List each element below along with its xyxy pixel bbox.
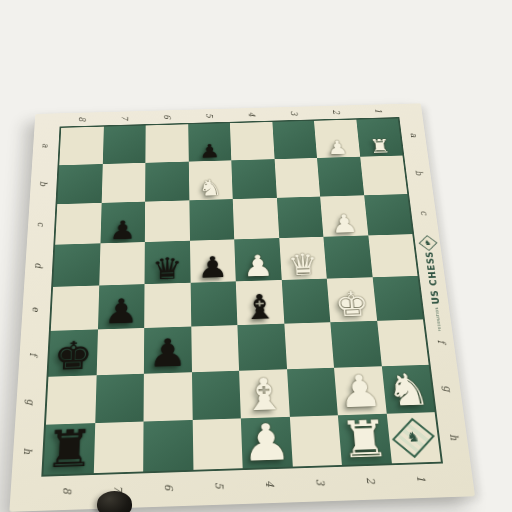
black-king: ♚ xyxy=(53,338,93,376)
h1-knight-diamond-logo: ♞ xyxy=(392,417,435,457)
square-f3 xyxy=(284,322,334,369)
square-g7 xyxy=(95,374,144,423)
black-pawn: ♟ xyxy=(197,253,228,282)
chess-board: ♟♟♜♞♟♟♛♟♟♛♟♝♚♚♟♝♟♞♜♟♜♞ xyxy=(41,117,443,477)
square-a2: ♟ xyxy=(314,120,360,158)
square-a5: ♟ xyxy=(188,123,231,161)
square-g5 xyxy=(192,371,241,420)
square-d3: ♛ xyxy=(279,237,327,280)
rank-label-bottom-4: 4 xyxy=(263,478,274,490)
us-chess-logo-subtext: FEDERATION xyxy=(434,307,442,332)
square-e7: ♟ xyxy=(98,284,145,329)
square-b5: ♞ xyxy=(188,160,232,200)
square-a7 xyxy=(102,125,145,164)
rank-label-bottom-6: 6 xyxy=(162,481,173,493)
rank-label-top-2: 2 xyxy=(330,108,340,116)
white-pawn: ♟ xyxy=(242,252,274,281)
black-pawn: ♟ xyxy=(109,218,136,243)
square-d4: ♟ xyxy=(234,238,281,281)
black-queen: ♛ xyxy=(152,254,183,283)
file-label-right-c: c xyxy=(418,208,429,217)
square-g8 xyxy=(46,375,96,424)
file-label-left-f: f xyxy=(27,349,38,359)
square-f2 xyxy=(330,321,381,368)
white-pawn: ♟ xyxy=(241,417,292,467)
square-f1 xyxy=(377,319,429,366)
file-label-right-g: g xyxy=(441,383,453,394)
square-e1 xyxy=(372,276,423,321)
square-h3 xyxy=(289,415,342,466)
square-h4: ♟ xyxy=(241,417,292,468)
square-h2: ♜ xyxy=(338,414,392,465)
square-g3 xyxy=(287,368,338,417)
vinyl-chess-mat: ♟♟♜♞♟♟♛♟♟♛♟♝♚♚♟♝♟♞♜♟♜♞ ♞ US CHESS FEDERA… xyxy=(9,103,475,511)
rank-label-bottom-2: 2 xyxy=(363,475,375,487)
black-bishop: ♝ xyxy=(242,291,278,324)
file-label-left-g: g xyxy=(24,396,35,407)
square-d1 xyxy=(368,234,418,277)
file-label-right-f: f xyxy=(435,337,446,347)
black-pawn: ♟ xyxy=(103,295,138,328)
rank-label-top-6: 6 xyxy=(162,113,171,121)
square-f4 xyxy=(237,324,286,371)
rank-label-top-3: 3 xyxy=(288,109,298,117)
file-label-left-d: d xyxy=(33,261,43,270)
black-pawn: ♟ xyxy=(199,142,220,160)
square-b1 xyxy=(360,156,408,196)
square-f6: ♟ xyxy=(144,327,192,374)
square-e3 xyxy=(281,279,330,324)
square-a3 xyxy=(272,121,317,159)
file-label-right-h: h xyxy=(447,432,459,443)
square-f5 xyxy=(191,325,239,372)
rank-label-bottom-1: 1 xyxy=(414,473,426,485)
square-c4 xyxy=(233,198,279,240)
rank-label-bottom-3: 3 xyxy=(313,476,325,488)
square-h1: ♞ xyxy=(386,412,441,463)
square-f7 xyxy=(96,328,144,375)
white-pawn: ♟ xyxy=(337,371,384,414)
file-label-right-b: b xyxy=(413,169,423,178)
rank-label-bottom-8: 8 xyxy=(60,485,71,497)
square-c1 xyxy=(364,194,413,235)
square-d7 xyxy=(99,242,145,285)
square-b4 xyxy=(231,159,276,199)
white-pawn: ♟ xyxy=(327,139,349,157)
square-e8 xyxy=(51,285,99,330)
knight-diamond-icon: ♞ xyxy=(418,235,437,251)
square-b2 xyxy=(317,157,364,197)
white-rook: ♜ xyxy=(369,138,391,156)
rank-label-top-5: 5 xyxy=(204,111,213,119)
square-c2: ♟ xyxy=(320,195,368,236)
square-e6 xyxy=(144,283,191,328)
square-e5 xyxy=(190,281,237,326)
captured-black-piece xyxy=(97,491,132,512)
square-h8: ♜ xyxy=(43,423,94,475)
square-d5: ♟ xyxy=(190,239,236,282)
file-label-left-b: b xyxy=(38,179,48,188)
black-rook: ♜ xyxy=(44,424,95,474)
square-c3 xyxy=(276,197,323,239)
square-b3 xyxy=(274,158,320,198)
square-b7 xyxy=(101,163,145,203)
file-label-right-a: a xyxy=(408,131,418,139)
square-g4: ♝ xyxy=(239,369,289,418)
square-b8 xyxy=(57,164,102,204)
square-f8: ♚ xyxy=(48,329,97,376)
file-label-left-c: c xyxy=(35,219,45,228)
us-chess-logo-text: US CHESS xyxy=(423,251,442,305)
white-king: ♚ xyxy=(333,288,370,321)
square-b6 xyxy=(145,162,189,202)
square-g2: ♟ xyxy=(334,366,386,415)
black-pawn: ♟ xyxy=(148,335,187,373)
file-label-left-a: a xyxy=(40,141,50,149)
rank-label-top-8: 8 xyxy=(76,115,85,123)
square-c5 xyxy=(189,199,234,241)
square-d6: ♛ xyxy=(145,241,191,284)
square-c6 xyxy=(145,200,190,242)
square-e2: ♚ xyxy=(327,277,377,322)
file-label-left-h: h xyxy=(21,446,32,457)
square-g6 xyxy=(144,372,193,421)
square-e4: ♝ xyxy=(236,280,284,325)
square-a6 xyxy=(145,124,188,163)
rank-label-top-7: 7 xyxy=(119,114,128,122)
square-h5 xyxy=(192,418,242,469)
file-label-left-e: e xyxy=(30,304,41,314)
knight-icon: ♞ xyxy=(406,431,421,445)
table-surface: ♟♟♜♞♟♟♛♟♟♛♟♝♚♚♟♝♟♞♜♟♜♞ ♞ US CHESS FEDERA… xyxy=(0,0,512,512)
white-rook: ♜ xyxy=(338,414,391,464)
square-a4 xyxy=(230,122,274,160)
square-d2 xyxy=(323,235,372,278)
square-a8 xyxy=(59,127,103,166)
square-g1: ♞ xyxy=(381,365,434,414)
white-knight: ♞ xyxy=(198,178,223,200)
rank-label-top-4: 4 xyxy=(246,110,256,118)
white-bishop: ♝ xyxy=(241,374,287,417)
square-c8 xyxy=(55,203,101,245)
square-c7: ♟ xyxy=(100,202,145,244)
square-a1: ♜ xyxy=(356,118,403,156)
square-h7 xyxy=(93,422,143,474)
white-pawn: ♟ xyxy=(330,211,359,236)
white-queen: ♛ xyxy=(287,250,319,279)
white-knight: ♞ xyxy=(384,369,432,412)
rank-label-top-1: 1 xyxy=(372,107,382,115)
square-h6 xyxy=(143,420,193,472)
rank-label-bottom-5: 5 xyxy=(212,480,223,492)
square-d8 xyxy=(53,243,100,287)
